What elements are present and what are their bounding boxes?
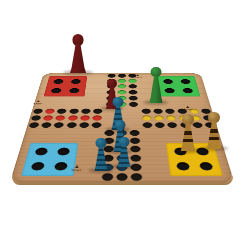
ludo-photo-stage: ♟Start♟Start♟Start♟Start: [0, 0, 244, 244]
track-dot-r: [45, 109, 55, 114]
blue-base-hole: [35, 148, 49, 156]
track-hole: [130, 138, 140, 144]
track-hole: [153, 109, 163, 114]
green-base-hole: [182, 88, 193, 93]
track-hole: [57, 109, 67, 114]
track-dot-y: [166, 115, 176, 120]
track-dot-y: [154, 115, 164, 120]
start-text: Start: [71, 168, 82, 171]
track-hole: [129, 102, 138, 107]
green-peg[interactable]: [151, 67, 162, 103]
yellow-base-hole: [199, 162, 213, 170]
wood-peg[interactable]: [182, 114, 194, 151]
track-hole: [101, 173, 112, 181]
red-base-hole: [71, 79, 81, 84]
track-hole: [141, 109, 150, 114]
red-base-hole: [51, 88, 62, 93]
green-base-hole: [163, 79, 173, 84]
track-hole: [130, 130, 140, 136]
teal-peg[interactable]: [119, 137, 130, 167]
start-text: Start: [184, 108, 193, 110]
red-base-hole: [69, 88, 80, 93]
yellow-base-hole: [176, 162, 190, 170]
track-dot-g: [129, 79, 137, 83]
track-dot-r: [55, 115, 65, 120]
track-hole: [28, 122, 39, 128]
blue-base-hole: [57, 148, 70, 156]
green-base-hole: [165, 88, 176, 93]
track-hole: [116, 173, 127, 181]
blue-start-label: ♟Start: [71, 165, 82, 172]
track-hole: [129, 84, 137, 88]
blue-base-hole: [31, 162, 45, 170]
track-dot-r: [80, 115, 90, 120]
track-hole: [131, 173, 142, 181]
track-hole: [33, 109, 43, 114]
track-hole: [69, 109, 79, 114]
track-dot-r: [68, 115, 78, 120]
track-hole: [79, 122, 89, 128]
track-hole: [41, 122, 52, 128]
track-hole: [118, 74, 126, 78]
track-hole: [131, 155, 142, 162]
track-hole: [129, 90, 138, 94]
yellow-start-label: ♟Start: [183, 105, 193, 110]
start-text: Start: [134, 76, 142, 78]
track-hole: [107, 74, 115, 78]
green-start-label: ♟Start: [134, 74, 142, 78]
track-hole: [54, 122, 65, 128]
track-hole: [142, 122, 152, 128]
track-hole: [165, 109, 175, 114]
red-start-label: ♟Start: [33, 100, 43, 105]
start-text: Start: [33, 103, 42, 105]
track-hole: [167, 122, 177, 128]
blue-base-hole: [54, 162, 68, 170]
red-base-hole: [53, 79, 63, 84]
track-dot-r: [43, 115, 54, 120]
track-dot-g: [118, 79, 126, 83]
track-hole: [30, 115, 41, 120]
green-base: [157, 76, 201, 96]
red-base: [44, 76, 88, 96]
teal-peg[interactable]: [96, 138, 107, 171]
green-base-hole: [180, 79, 190, 84]
track-hole: [66, 122, 76, 128]
track-dot-y: [142, 115, 152, 120]
track-hole: [92, 122, 102, 128]
track-dot-g: [118, 90, 127, 94]
wood-peg[interactable]: [208, 112, 220, 149]
maroon-peg[interactable]: [72, 34, 85, 73]
track-hole: [155, 122, 165, 128]
track-dot-g: [118, 84, 126, 88]
track-dot-r: [93, 115, 103, 120]
track-hole: [129, 96, 138, 101]
track-hole: [81, 109, 91, 114]
blue-base: [21, 143, 78, 176]
